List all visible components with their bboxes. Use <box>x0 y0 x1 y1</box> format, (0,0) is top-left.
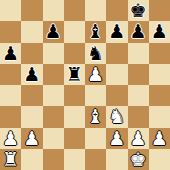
square-f8[interactable] <box>106 0 127 21</box>
square-e3[interactable]: ♝ <box>85 106 106 127</box>
square-h5[interactable] <box>149 64 170 85</box>
square-d4[interactable] <box>64 85 85 106</box>
square-b6[interactable] <box>21 43 42 64</box>
square-e7[interactable]: ♝ <box>85 21 106 42</box>
square-e1[interactable] <box>85 149 106 170</box>
square-d5[interactable]: ♜ <box>64 64 85 85</box>
white-pawn-icon[interactable]: ♟ <box>108 128 125 149</box>
square-c6[interactable] <box>43 43 64 64</box>
square-g3[interactable] <box>128 106 149 127</box>
square-e4[interactable] <box>85 85 106 106</box>
square-c3[interactable] <box>43 106 64 127</box>
square-d2[interactable] <box>64 128 85 149</box>
black-king-icon[interactable]: ♚ <box>130 0 147 21</box>
square-f7[interactable]: ♟ <box>106 21 127 42</box>
square-e8[interactable] <box>85 0 106 21</box>
square-f4[interactable] <box>106 85 127 106</box>
square-b5[interactable]: ♟ <box>21 64 42 85</box>
square-c7[interactable]: ♟ <box>43 21 64 42</box>
black-pawn-icon[interactable]: ♟ <box>45 21 62 42</box>
square-g7[interactable]: ♟ <box>128 21 149 42</box>
square-g5[interactable] <box>128 64 149 85</box>
square-b2[interactable]: ♟ <box>21 128 42 149</box>
square-a3[interactable] <box>0 106 21 127</box>
square-h1[interactable] <box>149 149 170 170</box>
square-a4[interactable] <box>0 85 21 106</box>
white-knight-icon[interactable]: ♞ <box>108 106 125 127</box>
square-c1[interactable] <box>43 149 64 170</box>
white-pawn-icon[interactable]: ♟ <box>87 64 104 85</box>
square-f5[interactable] <box>106 64 127 85</box>
white-pawn-icon[interactable]: ♟ <box>23 128 40 149</box>
white-rook-icon[interactable]: ♜ <box>2 149 19 170</box>
square-h2[interactable]: ♟ <box>149 128 170 149</box>
black-rook-icon[interactable]: ♜ <box>66 64 83 85</box>
square-d1[interactable] <box>64 149 85 170</box>
white-pawn-icon[interactable]: ♟ <box>130 128 147 149</box>
square-g4[interactable] <box>128 85 149 106</box>
white-bishop-icon[interactable]: ♝ <box>87 106 104 127</box>
square-b1[interactable] <box>21 149 42 170</box>
square-c4[interactable] <box>43 85 64 106</box>
square-d7[interactable] <box>64 21 85 42</box>
square-g6[interactable] <box>128 43 149 64</box>
chess-board: ♚♟♝♟♟♟♟♞♟♜♟♝♞♟♟♟♟♟♜♚ <box>0 0 170 170</box>
square-b3[interactable] <box>21 106 42 127</box>
square-a1[interactable]: ♜ <box>0 149 21 170</box>
square-f6[interactable] <box>106 43 127 64</box>
square-b4[interactable] <box>21 85 42 106</box>
square-h6[interactable] <box>149 43 170 64</box>
square-g8[interactable]: ♚ <box>128 0 149 21</box>
square-b8[interactable] <box>21 0 42 21</box>
square-e2[interactable] <box>85 128 106 149</box>
square-a8[interactable] <box>0 0 21 21</box>
square-g2[interactable]: ♟ <box>128 128 149 149</box>
square-f1[interactable] <box>106 149 127 170</box>
black-pawn-icon[interactable]: ♟ <box>23 64 40 85</box>
square-b7[interactable] <box>21 21 42 42</box>
square-f3[interactable]: ♞ <box>106 106 127 127</box>
square-e6[interactable]: ♞ <box>85 43 106 64</box>
black-pawn-icon[interactable]: ♟ <box>108 21 125 42</box>
square-h7[interactable]: ♟ <box>149 21 170 42</box>
square-a6[interactable]: ♟ <box>0 43 21 64</box>
square-d8[interactable] <box>64 0 85 21</box>
square-c2[interactable] <box>43 128 64 149</box>
square-a5[interactable] <box>0 64 21 85</box>
white-king-icon[interactable]: ♚ <box>130 149 147 170</box>
square-c8[interactable] <box>43 0 64 21</box>
square-h3[interactable] <box>149 106 170 127</box>
black-pawn-icon[interactable]: ♟ <box>130 21 147 42</box>
black-knight-icon[interactable]: ♞ <box>87 43 104 64</box>
square-g1[interactable]: ♚ <box>128 149 149 170</box>
square-h8[interactable] <box>149 0 170 21</box>
square-a7[interactable] <box>0 21 21 42</box>
square-a2[interactable]: ♟ <box>0 128 21 149</box>
white-pawn-icon[interactable]: ♟ <box>151 128 168 149</box>
square-f2[interactable]: ♟ <box>106 128 127 149</box>
square-d6[interactable] <box>64 43 85 64</box>
square-d3[interactable] <box>64 106 85 127</box>
black-bishop-icon[interactable]: ♝ <box>87 21 104 42</box>
white-pawn-icon[interactable]: ♟ <box>2 128 19 149</box>
square-h4[interactable] <box>149 85 170 106</box>
black-pawn-icon[interactable]: ♟ <box>151 21 168 42</box>
square-c5[interactable] <box>43 64 64 85</box>
black-pawn-icon[interactable]: ♟ <box>2 43 19 64</box>
square-e5[interactable]: ♟ <box>85 64 106 85</box>
